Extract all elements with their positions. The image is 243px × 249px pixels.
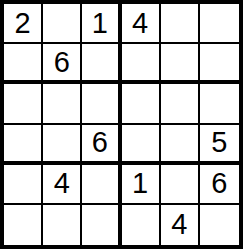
cell-r1c2[interactable] [43,4,82,44]
cell-r1c6[interactable] [200,4,239,44]
cell-r6c6[interactable] [200,205,239,245]
cell-r4c3[interactable]: 6 [82,125,121,165]
cell-r6c3[interactable] [82,205,121,245]
cell-r3c1[interactable] [4,84,43,124]
cell-r2c4[interactable] [122,44,161,84]
cell-r3c3[interactable] [82,84,121,124]
cell-r3c2[interactable] [43,84,82,124]
cell-r6c2[interactable] [43,205,82,245]
cell-r6c4[interactable] [122,205,161,245]
cell-r4c4[interactable] [122,125,161,165]
cell-r2c1[interactable] [4,44,43,84]
cell-r3c6[interactable] [200,84,239,124]
cell-r1c3[interactable]: 1 [82,4,121,44]
cell-r1c1[interactable]: 2 [4,4,43,44]
cell-r4c6[interactable]: 5 [200,125,239,165]
cell-r1c4[interactable]: 4 [122,4,161,44]
cell-r2c2[interactable]: 6 [43,44,82,84]
cell-r3c5[interactable] [161,84,200,124]
cell-r5c4[interactable]: 1 [122,165,161,205]
cell-r2c6[interactable] [200,44,239,84]
cell-r4c5[interactable] [161,125,200,165]
cell-r2c5[interactable] [161,44,200,84]
cell-r1c5[interactable] [161,4,200,44]
cell-r6c1[interactable] [4,205,43,245]
cell-r4c2[interactable] [43,125,82,165]
cell-r3c4[interactable] [122,84,161,124]
cell-r5c2[interactable]: 4 [43,165,82,205]
cell-r5c3[interactable] [82,165,121,205]
cell-r6c5[interactable]: 4 [161,205,200,245]
sudoku-board: 2146654164 [0,0,243,249]
cell-r5c6[interactable]: 6 [200,165,239,205]
cell-r2c3[interactable] [82,44,121,84]
cell-r5c5[interactable] [161,165,200,205]
cell-r5c1[interactable] [4,165,43,205]
cell-r4c1[interactable] [4,125,43,165]
